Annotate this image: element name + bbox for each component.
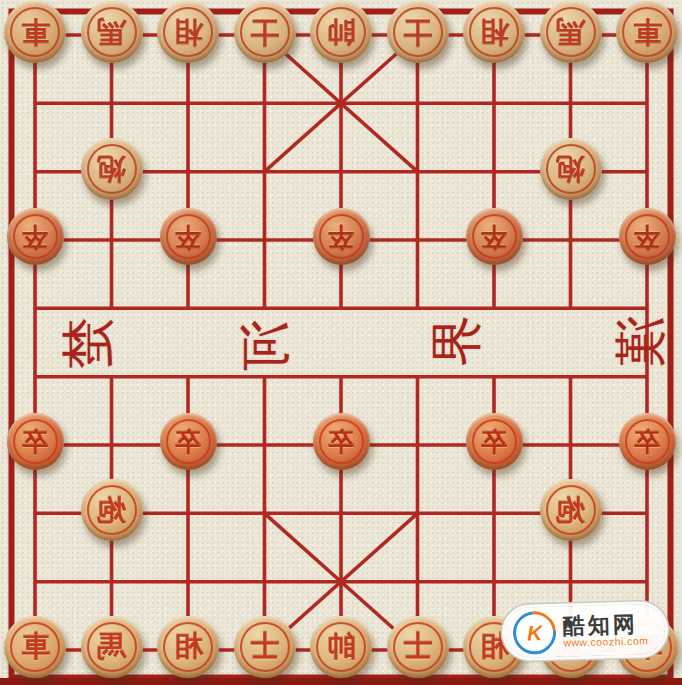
horse-glyph: 馬: [97, 17, 126, 46]
soldier-glyph: 卒: [328, 429, 354, 455]
general-glyph: 帥: [327, 17, 356, 46]
general-glyph: 帥: [327, 632, 356, 661]
horse-glyph: 馬: [97, 632, 126, 661]
piece-soldier-south[interactable]: 卒: [7, 413, 64, 470]
watermark-url: www.coozhi.com: [563, 636, 648, 649]
piece-elephant-south[interactable]: 相: [157, 616, 219, 678]
elephant-glyph: 相: [174, 632, 203, 661]
soldier-glyph: 卒: [328, 224, 354, 250]
piece-soldier-north[interactable]: 卒: [466, 208, 523, 265]
xiangqi-grid: 車馬相士帥士相馬車炮炮卒卒卒卒卒卒卒卒卒卒炮炮車馬相士帥士相馬車: [0, 1, 682, 684]
soldier-glyph: 卒: [175, 224, 201, 250]
cannon-glyph: 炮: [556, 154, 585, 183]
piece-cannon-south[interactable]: 炮: [81, 479, 143, 541]
elephant-glyph: 相: [480, 632, 509, 661]
soldier-glyph: 卒: [22, 429, 48, 455]
piece-cannon-south[interactable]: 炮: [540, 479, 602, 541]
elephant-glyph: 相: [480, 17, 509, 46]
piece-horse-south[interactable]: 馬: [81, 616, 143, 678]
soldier-glyph: 卒: [634, 224, 660, 250]
piece-general-north[interactable]: 帥: [310, 1, 372, 63]
piece-soldier-north[interactable]: 卒: [619, 208, 676, 265]
piece-horse-north[interactable]: 馬: [81, 1, 143, 63]
piece-soldier-south[interactable]: 卒: [619, 413, 676, 470]
chariot-glyph: 車: [21, 632, 50, 661]
piece-chariot-south[interactable]: 車: [4, 616, 66, 678]
piece-advisor-north[interactable]: 士: [387, 1, 449, 63]
advisor-glyph: 士: [250, 632, 279, 661]
soldier-glyph: 卒: [22, 224, 48, 250]
advisor-glyph: 士: [403, 17, 432, 46]
piece-elephant-north[interactable]: 相: [463, 1, 525, 63]
cannon-glyph: 炮: [97, 496, 126, 525]
advisor-glyph: 士: [250, 17, 279, 46]
soldier-glyph: 卒: [175, 429, 201, 455]
piece-elephant-north[interactable]: 相: [157, 1, 219, 63]
piece-general-south[interactable]: 帥: [310, 616, 372, 678]
piece-advisor-south[interactable]: 士: [387, 616, 449, 678]
logo-letter: K: [527, 622, 543, 643]
piece-chariot-north[interactable]: 車: [616, 1, 678, 63]
chariot-glyph: 車: [633, 17, 662, 46]
piece-chariot-north[interactable]: 車: [4, 1, 66, 63]
piece-soldier-south[interactable]: 卒: [160, 413, 217, 470]
piece-soldier-north[interactable]: 卒: [160, 208, 217, 265]
piece-advisor-south[interactable]: 士: [234, 616, 296, 678]
watermark-text: 酷知网 www.coozhi.com: [563, 613, 649, 649]
soldier-glyph: 卒: [634, 429, 660, 455]
piece-soldier-south[interactable]: 卒: [466, 413, 523, 470]
xiangqi-board-photo: 楚 河 界 漢 車馬相士帥士相馬車炮炮卒卒卒卒卒卒卒卒卒卒炮炮車馬相士帥士相馬車…: [0, 0, 682, 685]
piece-cannon-north[interactable]: 炮: [540, 138, 602, 200]
cannon-glyph: 炮: [556, 496, 585, 525]
horse-glyph: 馬: [556, 17, 585, 46]
piece-soldier-north[interactable]: 卒: [313, 208, 370, 265]
piece-advisor-north[interactable]: 士: [234, 1, 296, 63]
piece-cannon-north[interactable]: 炮: [81, 138, 143, 200]
soldier-glyph: 卒: [481, 429, 507, 455]
piece-soldier-south[interactable]: 卒: [313, 413, 370, 470]
elephant-glyph: 相: [174, 17, 203, 46]
chariot-glyph: 車: [21, 17, 50, 46]
piece-soldier-north[interactable]: 卒: [7, 208, 64, 265]
soldier-glyph: 卒: [481, 224, 507, 250]
watermark-sticker: K 酷知网 www.coozhi.com: [504, 604, 665, 658]
cannon-glyph: 炮: [97, 154, 126, 183]
advisor-glyph: 士: [403, 632, 432, 661]
piece-horse-north[interactable]: 馬: [540, 1, 602, 63]
